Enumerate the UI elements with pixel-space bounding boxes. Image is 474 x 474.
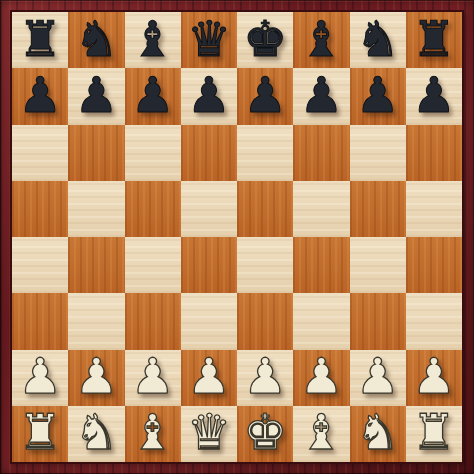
square-e7[interactable]: ♟ — [237, 68, 293, 124]
piece-black-pawn[interactable]: ♟ — [412, 71, 456, 120]
piece-black-knight[interactable]: ♞ — [74, 15, 118, 64]
piece-black-knight[interactable]: ♞ — [356, 15, 400, 64]
piece-white-pawn[interactable]: ♟ — [74, 352, 118, 401]
square-c3[interactable] — [125, 293, 181, 349]
square-b2[interactable]: ♟ — [68, 350, 124, 406]
square-a2[interactable]: ♟ — [12, 350, 68, 406]
square-c7[interactable]: ♟ — [125, 68, 181, 124]
piece-white-knight[interactable]: ♞ — [74, 408, 118, 457]
piece-black-pawn[interactable]: ♟ — [187, 71, 231, 120]
piece-black-pawn[interactable]: ♟ — [299, 71, 343, 120]
piece-black-rook[interactable]: ♜ — [18, 15, 62, 64]
square-d5[interactable] — [181, 181, 237, 237]
square-a5[interactable] — [12, 181, 68, 237]
piece-black-pawn[interactable]: ♟ — [131, 71, 175, 120]
square-d2[interactable]: ♟ — [181, 350, 237, 406]
square-g5[interactable] — [350, 181, 406, 237]
piece-black-pawn[interactable]: ♟ — [243, 71, 287, 120]
piece-white-pawn[interactable]: ♟ — [18, 352, 62, 401]
square-a4[interactable] — [12, 237, 68, 293]
square-b8[interactable]: ♞ — [68, 12, 124, 68]
piece-white-bishop[interactable]: ♝ — [299, 408, 343, 457]
square-b5[interactable] — [68, 181, 124, 237]
square-b3[interactable] — [68, 293, 124, 349]
square-f5[interactable] — [293, 181, 349, 237]
square-c4[interactable] — [125, 237, 181, 293]
square-e2[interactable]: ♟ — [237, 350, 293, 406]
piece-black-rook[interactable]: ♜ — [412, 15, 456, 64]
square-c8[interactable]: ♝ — [125, 12, 181, 68]
square-h1[interactable]: ♜ — [406, 406, 462, 462]
piece-white-knight[interactable]: ♞ — [356, 408, 400, 457]
square-h7[interactable]: ♟ — [406, 68, 462, 124]
square-a1[interactable]: ♜ — [12, 406, 68, 462]
square-f2[interactable]: ♟ — [293, 350, 349, 406]
square-h8[interactable]: ♜ — [406, 12, 462, 68]
square-f4[interactable] — [293, 237, 349, 293]
piece-white-pawn[interactable]: ♟ — [187, 352, 231, 401]
square-e8[interactable]: ♚ — [237, 12, 293, 68]
piece-white-pawn[interactable]: ♟ — [131, 352, 175, 401]
piece-white-pawn[interactable]: ♟ — [412, 352, 456, 401]
board-frame: ♜♞♝♛♚♝♞♜♟♟♟♟♟♟♟♟♟♟♟♟♟♟♟♟♜♞♝♛♚♝♞♜ — [0, 0, 474, 474]
piece-black-pawn[interactable]: ♟ — [356, 71, 400, 120]
square-c1[interactable]: ♝ — [125, 406, 181, 462]
square-e5[interactable] — [237, 181, 293, 237]
square-a8[interactable]: ♜ — [12, 12, 68, 68]
square-b1[interactable]: ♞ — [68, 406, 124, 462]
piece-white-pawn[interactable]: ♟ — [299, 352, 343, 401]
square-f1[interactable]: ♝ — [293, 406, 349, 462]
square-e1[interactable]: ♚ — [237, 406, 293, 462]
piece-white-queen[interactable]: ♛ — [187, 408, 231, 457]
square-c2[interactable]: ♟ — [125, 350, 181, 406]
square-g7[interactable]: ♟ — [350, 68, 406, 124]
square-a3[interactable] — [12, 293, 68, 349]
square-f6[interactable] — [293, 125, 349, 181]
square-h5[interactable] — [406, 181, 462, 237]
square-d8[interactable]: ♛ — [181, 12, 237, 68]
square-h6[interactable] — [406, 125, 462, 181]
square-g4[interactable] — [350, 237, 406, 293]
chess-board: ♜♞♝♛♚♝♞♜♟♟♟♟♟♟♟♟♟♟♟♟♟♟♟♟♜♞♝♛♚♝♞♜ — [10, 10, 464, 464]
square-e4[interactable] — [237, 237, 293, 293]
piece-white-rook[interactable]: ♜ — [18, 408, 62, 457]
square-f8[interactable]: ♝ — [293, 12, 349, 68]
square-g8[interactable]: ♞ — [350, 12, 406, 68]
square-b6[interactable] — [68, 125, 124, 181]
square-h4[interactable] — [406, 237, 462, 293]
square-e3[interactable] — [237, 293, 293, 349]
square-g6[interactable] — [350, 125, 406, 181]
square-a7[interactable]: ♟ — [12, 68, 68, 124]
square-d1[interactable]: ♛ — [181, 406, 237, 462]
piece-white-bishop[interactable]: ♝ — [131, 408, 175, 457]
piece-black-king[interactable]: ♚ — [243, 15, 287, 64]
piece-black-queen[interactable]: ♛ — [187, 15, 231, 64]
square-d6[interactable] — [181, 125, 237, 181]
piece-black-pawn[interactable]: ♟ — [18, 71, 62, 120]
piece-white-rook[interactable]: ♜ — [412, 408, 456, 457]
square-f3[interactable] — [293, 293, 349, 349]
square-c6[interactable] — [125, 125, 181, 181]
square-b4[interactable] — [68, 237, 124, 293]
piece-black-bishop[interactable]: ♝ — [299, 15, 343, 64]
piece-white-pawn[interactable]: ♟ — [356, 352, 400, 401]
square-c5[interactable] — [125, 181, 181, 237]
square-f7[interactable]: ♟ — [293, 68, 349, 124]
square-a6[interactable] — [12, 125, 68, 181]
square-d4[interactable] — [181, 237, 237, 293]
piece-black-pawn[interactable]: ♟ — [74, 71, 118, 120]
square-e6[interactable] — [237, 125, 293, 181]
square-g1[interactable]: ♞ — [350, 406, 406, 462]
square-d7[interactable]: ♟ — [181, 68, 237, 124]
square-d3[interactable] — [181, 293, 237, 349]
piece-black-bishop[interactable]: ♝ — [131, 15, 175, 64]
square-b7[interactable]: ♟ — [68, 68, 124, 124]
square-g2[interactable]: ♟ — [350, 350, 406, 406]
piece-white-king[interactable]: ♚ — [243, 408, 287, 457]
square-h3[interactable] — [406, 293, 462, 349]
square-h2[interactable]: ♟ — [406, 350, 462, 406]
piece-white-pawn[interactable]: ♟ — [243, 352, 287, 401]
square-g3[interactable] — [350, 293, 406, 349]
